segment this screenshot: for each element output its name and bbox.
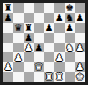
white-pawn[interactable]: ♟	[14, 53, 23, 63]
square-a2[interactable]: ♟	[3, 62, 13, 72]
square-c4[interactable]: ♟	[24, 43, 34, 53]
square-f1[interactable]: ♜	[54, 72, 64, 82]
square-c8[interactable]	[24, 3, 34, 13]
white-pawn[interactable]: ♟	[55, 53, 64, 63]
square-c1[interactable]	[24, 72, 34, 82]
square-e6[interactable]: ♟	[44, 23, 54, 33]
square-g6[interactable]: ♟	[65, 23, 75, 33]
white-pawn[interactable]: ♟	[76, 43, 85, 53]
square-b6[interactable]: ♛	[13, 23, 23, 33]
square-g1[interactable]	[65, 72, 75, 82]
square-b1[interactable]	[13, 72, 23, 82]
square-h4[interactable]: ♟	[75, 43, 85, 53]
square-d4[interactable]: ♟	[34, 43, 44, 53]
black-rook[interactable]: ♜	[4, 3, 13, 13]
square-g5[interactable]	[65, 33, 75, 43]
square-g4[interactable]: ♞	[65, 43, 75, 53]
square-g2[interactable]	[65, 62, 75, 72]
square-d8[interactable]	[34, 3, 44, 13]
square-c3[interactable]	[24, 52, 34, 62]
square-e7[interactable]	[44, 13, 54, 23]
black-pawn[interactable]: ♟	[24, 33, 33, 43]
square-c2[interactable]	[24, 62, 34, 72]
black-knight[interactable]: ♞	[65, 13, 74, 23]
square-b4[interactable]	[13, 43, 23, 53]
square-f2[interactable]	[54, 62, 64, 72]
square-a5[interactable]	[3, 33, 13, 43]
square-a3[interactable]	[3, 52, 13, 62]
white-pawn[interactable]: ♟	[4, 62, 13, 72]
square-f6[interactable]	[54, 23, 64, 33]
square-h7[interactable]: ♟	[75, 13, 85, 23]
square-b8[interactable]	[13, 3, 23, 13]
white-queen[interactable]: ♛	[35, 62, 44, 72]
square-d5[interactable]	[34, 33, 44, 43]
square-e2[interactable]	[44, 62, 54, 72]
chess-board: ♜♚♟♟♞♟♛♜♟♟♟♟♟♞♟♟♟♟♛♟♜♜♚	[3, 3, 85, 82]
square-h6[interactable]	[75, 23, 85, 33]
white-pawn[interactable]: ♟	[76, 62, 85, 72]
white-king[interactable]: ♚	[76, 72, 85, 82]
square-f8[interactable]	[54, 3, 64, 13]
square-e5[interactable]	[44, 33, 54, 43]
black-pawn[interactable]: ♟	[35, 43, 44, 53]
square-h2[interactable]: ♟	[75, 62, 85, 72]
black-queen[interactable]: ♛	[14, 23, 23, 33]
black-pawn[interactable]: ♟	[4, 13, 13, 23]
white-rook[interactable]: ♜	[45, 72, 54, 82]
square-b3[interactable]: ♟	[13, 52, 23, 62]
square-f4[interactable]	[54, 43, 64, 53]
square-d3[interactable]	[34, 52, 44, 62]
square-a1[interactable]	[3, 72, 13, 82]
chess-board-frame: ♜♚♟♟♞♟♛♜♟♟♟♟♟♞♟♟♟♟♛♟♜♜♚	[0, 0, 88, 85]
square-f3[interactable]: ♟	[54, 52, 64, 62]
black-rook[interactable]: ♜	[24, 23, 33, 33]
square-g7[interactable]: ♞	[65, 13, 75, 23]
black-pawn[interactable]: ♟	[65, 23, 74, 33]
square-c5[interactable]: ♟	[24, 33, 34, 43]
square-b5[interactable]	[13, 33, 23, 43]
white-knight[interactable]: ♞	[65, 43, 74, 53]
square-g8[interactable]: ♚	[65, 3, 75, 13]
square-f7[interactable]: ♟	[54, 13, 64, 23]
square-e4[interactable]	[44, 43, 54, 53]
square-d2[interactable]: ♛	[34, 62, 44, 72]
square-a7[interactable]: ♟	[3, 13, 13, 23]
square-d6[interactable]	[34, 23, 44, 33]
square-e3[interactable]	[44, 52, 54, 62]
square-g3[interactable]	[65, 52, 75, 62]
white-rook[interactable]: ♜	[55, 72, 64, 82]
black-pawn[interactable]: ♟	[55, 13, 64, 23]
square-a6[interactable]	[3, 23, 13, 33]
square-a4[interactable]	[3, 43, 13, 53]
square-h8[interactable]	[75, 3, 85, 13]
black-king[interactable]: ♚	[65, 3, 74, 13]
square-c7[interactable]	[24, 13, 34, 23]
square-h5[interactable]	[75, 33, 85, 43]
square-h3[interactable]	[75, 52, 85, 62]
square-b2[interactable]	[13, 62, 23, 72]
square-h1[interactable]: ♚	[75, 72, 85, 82]
square-b7[interactable]	[13, 13, 23, 23]
white-pawn[interactable]: ♟	[24, 43, 33, 53]
square-d7[interactable]	[34, 13, 44, 23]
black-pawn[interactable]: ♟	[76, 13, 85, 23]
square-d1[interactable]	[34, 72, 44, 82]
square-e1[interactable]: ♜	[44, 72, 54, 82]
square-e8[interactable]	[44, 3, 54, 13]
square-a8[interactable]: ♜	[3, 3, 13, 13]
square-c6[interactable]: ♜	[24, 23, 34, 33]
black-pawn[interactable]: ♟	[45, 23, 54, 33]
square-f5[interactable]	[54, 33, 64, 43]
